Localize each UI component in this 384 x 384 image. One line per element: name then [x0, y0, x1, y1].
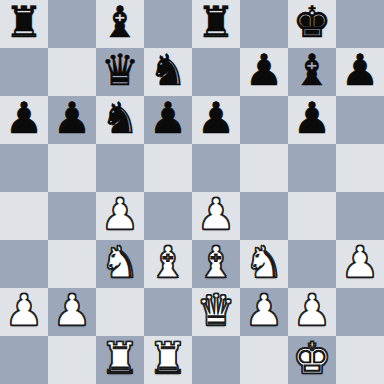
square-c2[interactable] [96, 288, 144, 336]
square-c5[interactable] [96, 144, 144, 192]
square-a5[interactable] [0, 144, 48, 192]
square-g4[interactable] [288, 192, 336, 240]
chess-board: ♜♝♜♚♛♞♟♝♟♟♟♞♟♟♟♟♟♞♝♝♞♟♟♟♛♟♟♜♜♚ [0, 0, 384, 384]
square-g1[interactable]: ♚ [288, 336, 336, 384]
square-d3[interactable]: ♝ [144, 240, 192, 288]
square-h6[interactable] [336, 96, 384, 144]
white-rook[interactable]: ♜ [101, 336, 140, 382]
square-h3[interactable]: ♟ [336, 240, 384, 288]
square-f5[interactable] [240, 144, 288, 192]
black-pawn[interactable]: ♟ [5, 96, 44, 142]
square-e7[interactable] [192, 48, 240, 96]
square-g5[interactable] [288, 144, 336, 192]
black-rook[interactable]: ♜ [5, 0, 44, 46]
square-c4[interactable]: ♟ [96, 192, 144, 240]
square-c1[interactable]: ♜ [96, 336, 144, 384]
black-pawn[interactable]: ♟ [245, 48, 284, 94]
square-d5[interactable] [144, 144, 192, 192]
square-a3[interactable] [0, 240, 48, 288]
square-g6[interactable]: ♟ [288, 96, 336, 144]
square-e6[interactable]: ♟ [192, 96, 240, 144]
square-g8[interactable]: ♚ [288, 0, 336, 48]
white-knight[interactable]: ♞ [101, 240, 140, 286]
square-d6[interactable]: ♟ [144, 96, 192, 144]
square-a8[interactable]: ♜ [0, 0, 48, 48]
square-c7[interactable]: ♛ [96, 48, 144, 96]
square-b6[interactable]: ♟ [48, 96, 96, 144]
square-f3[interactable]: ♞ [240, 240, 288, 288]
square-f6[interactable] [240, 96, 288, 144]
square-c8[interactable]: ♝ [96, 0, 144, 48]
black-bishop[interactable]: ♝ [293, 48, 332, 94]
white-pawn[interactable]: ♟ [53, 288, 92, 334]
square-h2[interactable] [336, 288, 384, 336]
square-h7[interactable]: ♟ [336, 48, 384, 96]
square-e4[interactable]: ♟ [192, 192, 240, 240]
square-b7[interactable] [48, 48, 96, 96]
square-e3[interactable]: ♝ [192, 240, 240, 288]
square-f8[interactable] [240, 0, 288, 48]
square-f4[interactable] [240, 192, 288, 240]
black-king[interactable]: ♚ [293, 0, 332, 46]
square-g2[interactable]: ♟ [288, 288, 336, 336]
square-b5[interactable] [48, 144, 96, 192]
white-pawn[interactable]: ♟ [5, 288, 44, 334]
square-d8[interactable] [144, 0, 192, 48]
black-pawn[interactable]: ♟ [197, 96, 236, 142]
square-c6[interactable]: ♞ [96, 96, 144, 144]
white-pawn[interactable]: ♟ [197, 192, 236, 238]
square-h4[interactable] [336, 192, 384, 240]
white-queen[interactable]: ♛ [197, 288, 236, 334]
square-a4[interactable] [0, 192, 48, 240]
black-knight[interactable]: ♞ [101, 96, 140, 142]
square-b1[interactable] [48, 336, 96, 384]
square-d4[interactable] [144, 192, 192, 240]
square-a7[interactable] [0, 48, 48, 96]
square-e5[interactable] [192, 144, 240, 192]
square-h1[interactable] [336, 336, 384, 384]
square-f1[interactable] [240, 336, 288, 384]
black-knight[interactable]: ♞ [149, 48, 188, 94]
square-g3[interactable] [288, 240, 336, 288]
white-rook[interactable]: ♜ [149, 336, 188, 382]
square-f2[interactable]: ♟ [240, 288, 288, 336]
black-pawn[interactable]: ♟ [341, 48, 380, 94]
black-pawn[interactable]: ♟ [53, 96, 92, 142]
square-b8[interactable] [48, 0, 96, 48]
square-e8[interactable]: ♜ [192, 0, 240, 48]
square-d7[interactable]: ♞ [144, 48, 192, 96]
square-b3[interactable] [48, 240, 96, 288]
square-f7[interactable]: ♟ [240, 48, 288, 96]
square-a2[interactable]: ♟ [0, 288, 48, 336]
square-a1[interactable] [0, 336, 48, 384]
black-queen[interactable]: ♛ [101, 48, 140, 94]
black-rook[interactable]: ♜ [197, 0, 236, 46]
black-bishop[interactable]: ♝ [101, 0, 140, 46]
white-king[interactable]: ♚ [293, 336, 332, 382]
square-a6[interactable]: ♟ [0, 96, 48, 144]
square-h5[interactable] [336, 144, 384, 192]
white-pawn[interactable]: ♟ [101, 192, 140, 238]
square-g7[interactable]: ♝ [288, 48, 336, 96]
white-bishop[interactable]: ♝ [197, 240, 236, 286]
white-pawn[interactable]: ♟ [341, 240, 380, 286]
square-d1[interactable]: ♜ [144, 336, 192, 384]
black-pawn[interactable]: ♟ [149, 96, 188, 142]
square-b4[interactable] [48, 192, 96, 240]
white-knight[interactable]: ♞ [245, 240, 284, 286]
square-c3[interactable]: ♞ [96, 240, 144, 288]
white-pawn[interactable]: ♟ [293, 288, 332, 334]
square-b2[interactable]: ♟ [48, 288, 96, 336]
square-h8[interactable] [336, 0, 384, 48]
square-e1[interactable] [192, 336, 240, 384]
black-pawn[interactable]: ♟ [293, 96, 332, 142]
white-bishop[interactable]: ♝ [149, 240, 188, 286]
square-d2[interactable] [144, 288, 192, 336]
white-pawn[interactable]: ♟ [245, 288, 284, 334]
square-e2[interactable]: ♛ [192, 288, 240, 336]
